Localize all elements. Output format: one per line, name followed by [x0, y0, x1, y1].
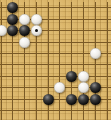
white-stone: ○	[19, 37, 30, 48]
intersection-r8-c2[interactable]	[19, 93, 31, 104]
intersection-r5-c1[interactable]	[7, 59, 19, 70]
intersection-r2-c2[interactable]: ●	[19, 25, 31, 36]
last-move-marker	[35, 29, 38, 32]
intersection-r9-c8[interactable]	[89, 105, 101, 116]
intersection-r9-c1[interactable]	[7, 105, 19, 116]
intersection-r2-c3[interactable]: ○	[31, 25, 43, 36]
intersection-r1-c6[interactable]	[66, 14, 78, 25]
intersection-r1-c9[interactable]	[101, 14, 111, 25]
intersection-r9-c7[interactable]	[78, 105, 90, 116]
intersection-r10-c8[interactable]	[89, 116, 101, 120]
intersection-r5-c2[interactable]	[19, 59, 31, 70]
intersection-r2-c9[interactable]	[101, 25, 111, 36]
intersection-r7-c9[interactable]	[101, 82, 111, 93]
intersection-r8-c5[interactable]	[54, 93, 66, 104]
intersection-r6-c5[interactable]	[54, 71, 66, 82]
intersection-r6-c7[interactable]: ○	[78, 71, 90, 82]
intersection-r10-c3[interactable]	[31, 116, 43, 120]
intersection-r1-c5[interactable]	[54, 14, 66, 25]
intersection-r3-c5[interactable]	[54, 36, 66, 47]
intersection-r3-c2[interactable]: ○	[19, 36, 31, 47]
intersection-r6-c3[interactable]	[31, 71, 43, 82]
intersection-r3-c1[interactable]	[7, 36, 19, 47]
intersection-r2-c6[interactable]	[66, 25, 78, 36]
white-stone: ○	[90, 48, 101, 59]
intersection-r1-c0[interactable]	[0, 14, 7, 25]
intersection-r10-c9[interactable]	[101, 116, 111, 120]
intersection-r10-c5[interactable]	[54, 116, 66, 120]
intersection-r5-c4[interactable]	[42, 59, 54, 70]
white-stone: ○	[78, 71, 89, 82]
intersection-r7-c5[interactable]: ○	[54, 82, 66, 93]
intersection-r1-c2[interactable]: ○	[19, 14, 31, 25]
intersection-r0-c9[interactable]	[101, 2, 111, 13]
intersection-r1-c1[interactable]: ●	[7, 14, 19, 25]
intersection-r5-c9[interactable]	[101, 59, 111, 70]
intersection-r7-c3[interactable]	[31, 82, 43, 93]
intersection-r8-c1[interactable]	[7, 93, 19, 104]
intersection-r3-c7[interactable]	[78, 36, 90, 47]
black-stone: ●	[66, 71, 77, 82]
black-stone: ●	[7, 25, 18, 36]
white-stone: ○	[0, 25, 7, 36]
black-stone: ●	[90, 94, 101, 105]
intersection-r10-c7[interactable]	[78, 116, 90, 120]
intersection-r10-c1[interactable]	[7, 116, 19, 120]
intersection-r0-c8[interactable]	[89, 2, 101, 13]
intersection-r7-c8[interactable]: ●	[89, 82, 101, 93]
intersection-r6-c0[interactable]	[0, 71, 7, 82]
intersection-r3-c0[interactable]	[0, 36, 7, 47]
intersection-r2-c4[interactable]	[42, 25, 54, 36]
intersection-r2-c8[interactable]	[89, 25, 101, 36]
intersection-r0-c3[interactable]	[31, 2, 43, 13]
intersection-r8-c3[interactable]	[31, 93, 43, 104]
intersection-r8-c7[interactable]: ●	[78, 93, 90, 104]
intersection-r3-c9[interactable]	[101, 36, 111, 47]
intersection-r9-c9[interactable]	[101, 105, 111, 116]
intersection-r7-c0[interactable]	[0, 82, 7, 93]
intersection-r10-c0[interactable]	[0, 116, 7, 120]
intersection-r0-c1[interactable]: ●	[7, 2, 19, 13]
intersection-r2-c7[interactable]	[78, 25, 90, 36]
intersection-r8-c0[interactable]	[0, 93, 7, 104]
intersection-r9-c6[interactable]	[66, 105, 78, 116]
intersection-r0-c7[interactable]	[78, 2, 90, 13]
intersection-r3-c4[interactable]	[42, 36, 54, 47]
intersection-r4-c5[interactable]	[54, 48, 66, 59]
intersection-r0-c4[interactable]	[42, 2, 54, 13]
intersection-r5-c8[interactable]	[89, 59, 101, 70]
intersection-r6-c6[interactable]: ●	[66, 71, 78, 82]
intersection-r4-c2[interactable]	[19, 48, 31, 59]
intersection-r4-c4[interactable]	[42, 48, 54, 59]
intersection-r7-c2[interactable]	[19, 82, 31, 93]
black-stone: ●	[90, 82, 101, 93]
intersection-r4-c8[interactable]: ○	[89, 48, 101, 59]
black-stone: ●	[19, 25, 30, 36]
white-stone: ○	[78, 82, 89, 93]
intersection-r6-c9[interactable]	[101, 71, 111, 82]
intersection-r0-c0[interactable]	[0, 2, 7, 13]
intersection-r8-c9[interactable]	[101, 93, 111, 104]
intersection-r1-c7[interactable]	[78, 14, 90, 25]
intersection-r0-c2[interactable]	[19, 2, 31, 13]
intersection-r3-c3[interactable]	[31, 36, 43, 47]
intersection-r4-c6[interactable]	[66, 48, 78, 59]
intersection-r4-c7[interactable]	[78, 48, 90, 59]
intersection-r10-c6[interactable]	[66, 116, 78, 120]
intersection-r4-c1[interactable]	[7, 48, 19, 59]
intersection-r8-c4[interactable]: ●	[42, 93, 54, 104]
intersection-r1-c8[interactable]	[89, 14, 101, 25]
white-stone: ○	[19, 14, 30, 25]
intersection-r6-c8[interactable]	[89, 71, 101, 82]
intersection-r6-c4[interactable]	[42, 71, 54, 82]
intersection-r2-c5[interactable]	[54, 25, 66, 36]
intersection-r5-c5[interactable]	[54, 59, 66, 70]
white-stone: ○	[54, 82, 65, 93]
intersection-r7-c6[interactable]	[66, 82, 78, 93]
intersection-r1-c4[interactable]	[42, 14, 54, 25]
intersection-r0-c6[interactable]	[66, 2, 78, 13]
intersection-r6-c1[interactable]	[7, 71, 19, 82]
go-board: ●●○○○●●○○○●○○○●●●●●	[0, 0, 111, 120]
intersection-r4-c9[interactable]	[101, 48, 111, 59]
intersection-r8-c6[interactable]: ●	[66, 93, 78, 104]
intersection-r6-c2[interactable]	[19, 71, 31, 82]
intersection-r2-c0[interactable]: ○	[0, 25, 7, 36]
black-stone: ●	[43, 94, 54, 105]
intersection-r9-c4[interactable]	[42, 105, 54, 116]
intersection-r3-c8[interactable]	[89, 36, 101, 47]
intersection-r3-c6[interactable]	[66, 36, 78, 47]
intersection-r10-c4[interactable]	[42, 116, 54, 120]
intersection-r9-c3[interactable]	[31, 105, 43, 116]
intersection-r9-c0[interactable]	[0, 105, 7, 116]
white-stone: ○	[31, 14, 42, 25]
intersection-r5-c7[interactable]	[78, 59, 90, 70]
intersection-r10-c2[interactable]	[19, 116, 31, 120]
intersection-r7-c4[interactable]	[42, 82, 54, 93]
intersection-r9-c5[interactable]	[54, 105, 66, 116]
intersection-r7-c1[interactable]	[7, 82, 19, 93]
intersection-r4-c3[interactable]	[31, 48, 43, 59]
black-stone: ●	[7, 2, 18, 13]
intersection-r5-c0[interactable]	[0, 59, 7, 70]
intersection-r8-c8[interactable]: ●	[89, 93, 101, 104]
intersection-r9-c2[interactable]	[19, 105, 31, 116]
intersection-r7-c7[interactable]: ○	[78, 82, 90, 93]
intersection-r4-c0[interactable]	[0, 48, 7, 59]
intersection-r1-c3[interactable]: ○	[31, 14, 43, 25]
black-stone: ●	[78, 94, 89, 105]
intersection-r0-c5[interactable]	[54, 2, 66, 13]
white-stone: ○	[31, 25, 42, 36]
go-board-grid: ●●○○○●●○○○●○○○●●●●●	[0, 2, 111, 120]
intersection-r5-c6[interactable]	[66, 59, 78, 70]
intersection-r2-c1[interactable]: ●	[7, 25, 19, 36]
black-stone: ●	[7, 14, 18, 25]
intersection-r5-c3[interactable]	[31, 59, 43, 70]
black-stone: ●	[66, 94, 77, 105]
